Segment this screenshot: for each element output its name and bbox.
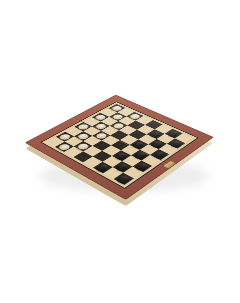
white-piece[interactable]: ⛀ [57,143,71,151]
light-square [122,155,141,166]
dark-square[interactable]: ⛂ [114,173,134,185]
light-square [121,145,140,156]
light-square [159,144,178,154]
black-piece[interactable]: ⛂ [133,151,148,159]
dark-square[interactable]: ⛂ [113,161,133,173]
black-piece[interactable]: ⛂ [135,162,150,171]
dark-square[interactable]: ⛂ [112,150,131,161]
light-square [83,157,103,168]
light-square [103,156,122,167]
black-piece[interactable]: ⛂ [150,140,164,148]
black-piece[interactable]: ⛂ [114,152,129,160]
light-square [123,167,143,179]
light-square [141,155,160,166]
dark-square[interactable]: ⛂ [130,139,149,149]
dark-square[interactable]: ⛀ [55,142,74,152]
dark-square[interactable] [73,151,92,162]
product-photo-canvas: ⛀⛀⛂⛀⛂⛂⛀⛀⛂⛀⛂⛂⛀⛀⛂⛀⛂⛂⛀⛀⛂⛀⛂⛂ [0,0,240,303]
black-piece[interactable]: ⛂ [95,163,110,172]
light-square [140,144,159,155]
black-piece[interactable]: ⛂ [132,141,146,149]
light-square [102,145,121,156]
light-square [64,146,83,157]
black-piece[interactable]: ⛂ [169,140,183,148]
dark-square[interactable] [93,141,112,151]
black-piece[interactable]: ⛂ [115,162,130,171]
dark-square[interactable]: ⛂ [148,139,167,149]
light-square [83,146,102,157]
black-piece[interactable]: ⛂ [116,174,132,183]
white-piece[interactable]: ⛀ [76,142,90,150]
dark-square[interactable]: ⛀ [74,141,93,151]
dark-square[interactable]: ⛂ [132,161,152,172]
dark-square[interactable]: ⛂ [150,149,169,160]
dark-square[interactable] [93,151,112,162]
dark-square[interactable] [111,140,130,150]
dark-square[interactable]: ⛂ [131,150,150,161]
dark-square[interactable]: ⛂ [93,162,113,174]
black-piece[interactable]: ⛂ [152,150,167,158]
light-square [103,167,123,179]
